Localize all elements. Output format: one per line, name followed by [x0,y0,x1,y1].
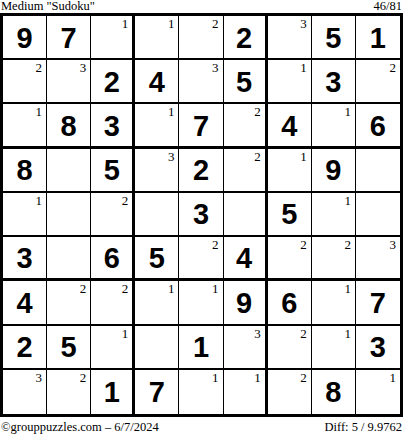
cell-value: 4 [149,66,165,97]
sudoku-board: 9711223512324351321831724168532219123513… [0,13,403,417]
pencil-mark: 2 [212,238,219,251]
cell-r1c3[interactable]: 1 [91,16,135,60]
cell-r4c2[interactable] [47,149,91,193]
cell-value: 5 [236,66,252,97]
cell-value: 6 [281,287,297,318]
pencil-mark: 1 [212,282,219,295]
cell-r3c5[interactable]: 7 [179,104,223,148]
pencil-mark: 2 [344,238,351,251]
cell-r7c8[interactable]: 1 [312,281,356,325]
pencil-mark: 2 [254,105,261,118]
cell-r2c3[interactable]: 2 [91,60,135,104]
cell-r5c9[interactable] [356,193,400,237]
cell-r1c6[interactable]: 2 [224,16,268,60]
pencil-mark: 2 [122,194,129,207]
cell-value: 8 [325,376,341,407]
cell-r9c3[interactable]: 1 [91,370,135,414]
pencil-mark: 1 [300,61,307,74]
cell-r5c3[interactable]: 2 [91,193,135,237]
cell-r1c4[interactable]: 1 [135,16,179,60]
cell-r8c9[interactable]: 3 [356,326,400,370]
pencil-mark: 1 [389,371,396,384]
pencil-mark: 3 [254,327,261,340]
cell-value: 3 [104,110,120,141]
cell-value: 6 [104,242,120,273]
cell-r6c3[interactable]: 6 [91,237,135,281]
cell-r7c1[interactable]: 4 [3,281,47,325]
cell-r8c4[interactable] [135,326,179,370]
cell-value: 5 [104,154,120,185]
pencil-mark: 1 [212,371,219,384]
pencil-mark: 1 [300,150,307,163]
cell-r3c2[interactable]: 8 [47,104,91,148]
cell-r8c3[interactable]: 1 [91,326,135,370]
cell-r5c1[interactable]: 1 [3,193,47,237]
cell-r4c8[interactable]: 9 [312,149,356,193]
cell-value: 9 [325,154,341,185]
cell-r2c1[interactable]: 2 [3,60,47,104]
cell-r8c8[interactable]: 1 [312,326,356,370]
cell-value: 1 [193,331,209,362]
cell-r2c6[interactable]: 5 [224,60,268,104]
cell-r1c7[interactable]: 3 [268,16,312,60]
cell-r6c2[interactable] [47,237,91,281]
pencil-mark: 1 [168,105,175,118]
cell-r8c5[interactable]: 1 [179,326,223,370]
cell-r7c2[interactable]: 2 [47,281,91,325]
pencil-mark: 1 [122,327,129,340]
cell-r8c2[interactable]: 5 [47,326,91,370]
cell-r6c4[interactable]: 5 [135,237,179,281]
pencil-mark: 1 [344,105,351,118]
progress-counter: 46/81 [374,0,402,13]
pencil-mark: 1 [36,105,43,118]
cell-r6c6[interactable]: 4 [224,237,268,281]
cell-value: 4 [281,110,297,141]
cell-r9c8[interactable]: 8 [312,370,356,414]
footer: ©grouppuzzles.com – 6/7/2024 Diff: 5 / 9… [0,417,403,437]
cell-r4c3[interactable]: 5 [91,149,135,193]
cell-r4c9[interactable] [356,149,400,193]
cell-value: 3 [325,66,341,97]
pencil-mark: 2 [212,17,219,30]
cell-r2c5[interactable]: 3 [179,60,223,104]
cell-value: 3 [16,242,32,273]
cell-r3c7[interactable]: 4 [268,104,312,148]
cell-r7c9[interactable]: 7 [356,281,400,325]
cell-value: 8 [61,110,77,141]
cell-value: 5 [149,242,165,273]
cell-r4c6[interactable]: 2 [224,149,268,193]
cell-r3c1[interactable]: 1 [3,104,47,148]
cell-r6c7[interactable]: 2 [268,237,312,281]
cell-value: 5 [325,22,341,53]
cell-r5c2[interactable] [47,193,91,237]
pencil-mark: 1 [344,327,351,340]
cell-r1c5[interactable]: 2 [179,16,223,60]
cell-value: 7 [61,22,77,53]
pencil-mark: 1 [344,282,351,295]
cell-r9c9[interactable]: 1 [356,370,400,414]
cell-value: 7 [370,287,386,318]
cell-r8c6[interactable]: 3 [224,326,268,370]
cell-value: 4 [16,287,32,318]
cell-value: 2 [236,22,252,53]
pencil-mark: 1 [168,17,175,30]
cell-r4c5[interactable]: 2 [179,149,223,193]
pencil-mark: 2 [254,150,261,163]
cell-value: 8 [16,154,32,185]
header: Medium "Sudoku" 46/81 [0,0,403,13]
cell-r2c7[interactable]: 1 [268,60,312,104]
difficulty-text: Diff: 5 / 9.9762 [324,420,402,435]
cell-r4c4[interactable]: 3 [135,149,179,193]
cell-r1c2[interactable]: 7 [47,16,91,60]
pencil-mark: 1 [344,194,351,207]
pencil-mark: 2 [122,282,129,295]
pencil-mark: 2 [300,238,307,251]
cell-value: 7 [193,110,209,141]
cell-value: 4 [236,242,252,273]
puzzle-title: Medium "Sudoku" [1,0,95,13]
cell-r3c9[interactable]: 6 [356,104,400,148]
cell-r9c7[interactable]: 2 [268,370,312,414]
cell-r7c5[interactable]: 1 [179,281,223,325]
cell-value: 7 [149,376,165,407]
cell-r7c6[interactable]: 9 [224,281,268,325]
cell-value: 1 [104,376,120,407]
pencil-mark: 1 [254,371,261,384]
copyright-date-text: ©grouppuzzles.com – 6/7/2024 [1,420,159,435]
cell-r7c7[interactable]: 6 [268,281,312,325]
cell-r6c5[interactable]: 2 [179,237,223,281]
cell-r5c8[interactable]: 1 [312,193,356,237]
cell-r1c1[interactable]: 9 [3,16,47,60]
cell-r6c1[interactable]: 3 [3,237,47,281]
cell-r9c6[interactable]: 1 [224,370,268,414]
pencil-mark: 2 [80,371,87,384]
cell-r8c1[interactable]: 2 [3,326,47,370]
cell-r9c1[interactable]: 3 [3,370,47,414]
cell-r3c8[interactable]: 1 [312,104,356,148]
pencil-mark: 3 [168,150,175,163]
cell-r5c4[interactable] [135,193,179,237]
cell-r3c3[interactable]: 3 [91,104,135,148]
cell-value: 5 [281,198,297,229]
cell-r5c5[interactable]: 3 [179,193,223,237]
cell-r9c4[interactable]: 7 [135,370,179,414]
cell-r6c9[interactable]: 3 [356,237,400,281]
cell-r4c1[interactable]: 8 [3,149,47,193]
pencil-mark: 2 [300,327,307,340]
cell-value: 2 [104,66,120,97]
cell-value: 1 [370,22,386,53]
cell-value: 9 [16,22,32,53]
pencil-mark: 2 [36,61,43,74]
cell-r7c3[interactable]: 2 [91,281,135,325]
cell-value: 2 [16,331,32,362]
cell-r7c4[interactable]: 1 [135,281,179,325]
cell-r9c5[interactable]: 1 [179,370,223,414]
pencil-mark: 2 [80,282,87,295]
cell-r8c7[interactable]: 2 [268,326,312,370]
pencil-mark: 3 [389,238,396,251]
pencil-mark: 3 [80,61,87,74]
pencil-mark: 3 [300,17,307,30]
cell-value: 3 [370,331,386,362]
pencil-mark: 1 [168,282,175,295]
cell-value: 6 [370,110,386,141]
cell-r1c8[interactable]: 5 [312,16,356,60]
cell-r6c8[interactable]: 2 [312,237,356,281]
cell-r9c2[interactable]: 2 [47,370,91,414]
cell-value: 5 [61,331,77,362]
cell-r2c8[interactable]: 3 [312,60,356,104]
pencil-mark: 3 [36,371,43,384]
cell-r2c9[interactable]: 2 [356,60,400,104]
pencil-mark: 2 [300,371,307,384]
pencil-mark: 1 [36,194,43,207]
cell-r1c9[interactable]: 1 [356,16,400,60]
cell-r4c7[interactable]: 1 [268,149,312,193]
cell-value: 2 [193,154,209,185]
cell-r3c6[interactable]: 2 [224,104,268,148]
pencil-mark: 3 [212,61,219,74]
cell-r2c4[interactable]: 4 [135,60,179,104]
cell-value: 3 [193,198,209,229]
cell-r5c7[interactable]: 5 [268,193,312,237]
cell-value: 9 [236,287,252,318]
puzzle-page: Medium "Sudoku" 46/81 971122351232435132… [0,0,403,437]
cell-r5c6[interactable] [224,193,268,237]
cell-r3c4[interactable]: 1 [135,104,179,148]
cell-r2c2[interactable]: 3 [47,60,91,104]
pencil-mark: 1 [122,17,129,30]
pencil-mark: 2 [389,61,396,74]
